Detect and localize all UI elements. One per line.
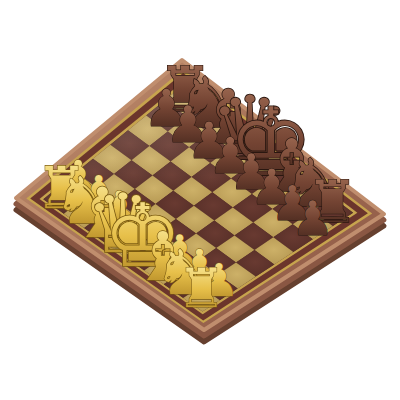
chess-set-photo: ♜♟♞♟♝♟♛♟♚♟♝♟♟♞♜♟♟♜♞♟♟♝♟♛♟♚♟♝♟♞♟♜: [0, 0, 400, 400]
piece-black-pawn-h7: ♟: [291, 191, 334, 246]
white-rook-glyph: ♜: [177, 257, 226, 320]
black-pawn-glyph: ♟: [291, 191, 334, 246]
piece-white-rook-h1: ♜: [177, 257, 226, 320]
chess-board: ♜♟♞♟♝♟♛♟♚♟♝♟♟♞♜♟♟♜♞♟♟♝♟♛♟♚♟♝♟♞♟♜: [0, 0, 400, 400]
